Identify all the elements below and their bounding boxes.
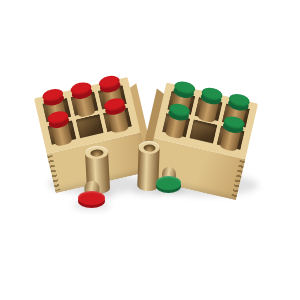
green-cylinder: [196, 86, 224, 124]
compartment: [190, 120, 218, 144]
hollow-cylinder-hole: [143, 144, 155, 151]
red-cylinder: [47, 109, 75, 147]
compartment: [162, 113, 190, 137]
red-lid-disc: [78, 191, 105, 205]
red-cylinder: [69, 81, 97, 119]
compartment: [217, 126, 245, 150]
hollow-cylinder-hole: [90, 149, 104, 157]
green-lid-disc: [156, 176, 181, 190]
red-lid: [78, 181, 105, 208]
compartment: [76, 114, 104, 138]
compartment: [70, 92, 98, 116]
green-lid: [156, 167, 181, 193]
compartment: [103, 108, 131, 132]
red-cylinder: [103, 96, 131, 134]
compartment: [195, 97, 223, 121]
product-photo-canvas: [0, 0, 300, 300]
compartment: [48, 121, 76, 145]
